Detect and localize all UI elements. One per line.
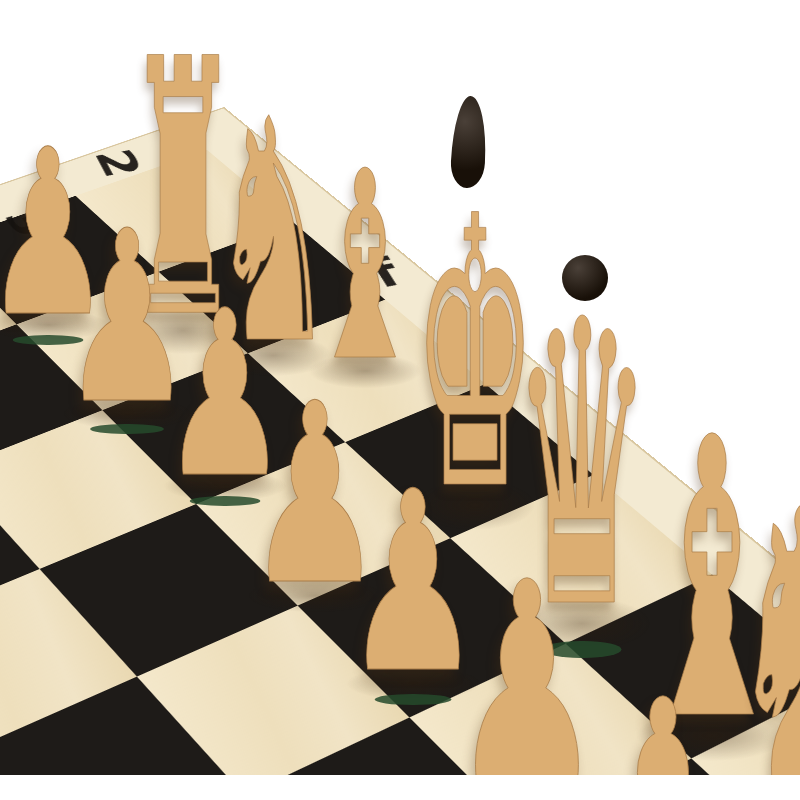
knight-glyph: ♞ bbox=[727, 462, 800, 775]
photo-area: 2 3 f ♜ ♟ ♞ ♟ ♝ ♟ ♚ ♟ ♛ ♟ ♝ ♟ bbox=[0, 0, 800, 775]
product-photo-chess-set: 2 3 f ♜ ♟ ♞ ♟ ♝ ♟ ♚ ♟ ♛ ♟ ♝ ♟ bbox=[0, 0, 800, 800]
piece-white-pawn-b2: ♟ bbox=[589, 665, 737, 775]
queen-black-ball-finial bbox=[562, 255, 608, 301]
pawn-glyph: ♟ bbox=[450, 546, 604, 775]
piece-white-knight-b1: ♞ bbox=[727, 462, 800, 775]
pawn-glyph: ♟ bbox=[589, 665, 737, 775]
piece-white-pawn-c2: ♟ bbox=[450, 546, 604, 775]
